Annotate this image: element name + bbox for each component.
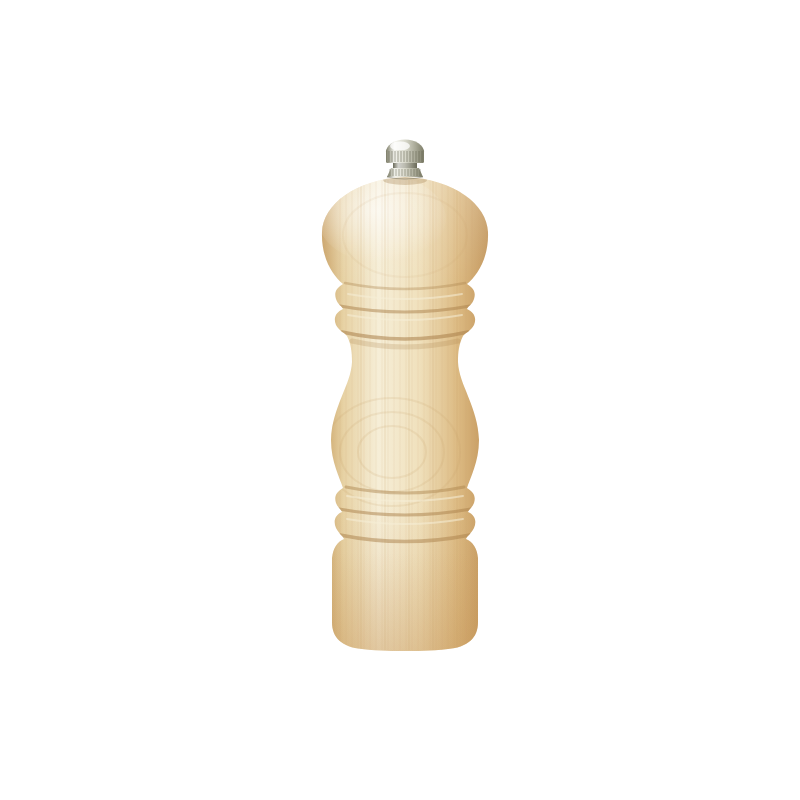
mill-body xyxy=(318,140,496,660)
knob-cap-highlight xyxy=(390,142,410,151)
pepper-mill-illustration xyxy=(0,0,800,800)
knob-waist-shade xyxy=(393,163,417,168)
product-photo xyxy=(0,0,800,800)
grinder-knob xyxy=(386,140,424,180)
base-tint xyxy=(318,552,496,657)
wood-shading xyxy=(318,140,496,660)
